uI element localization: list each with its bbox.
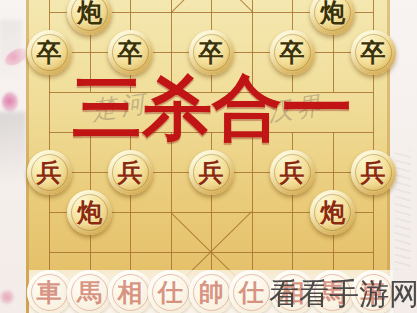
piece-red-兵[interactable]: 兵 [351,150,396,195]
piece-character: 相 [118,280,143,305]
piece-character: 卒 [199,40,224,65]
piece-red-車[interactable]: 車 [27,270,72,313]
piece-red-兵[interactable]: 兵 [27,150,72,195]
gray-watercolor-smudge [0,112,26,212]
piece-red-兵[interactable]: 兵 [270,150,315,195]
piece-black-卒[interactable]: 卒 [27,30,72,75]
caption-title: 三杀合一 [72,70,352,147]
piece-black-炮[interactable]: 炮 [310,0,355,35]
piece-red-相[interactable]: 相 [108,270,153,313]
screenshot-stage: 楚河 汉界 炮炮卒卒卒卒卒兵兵兵兵兵炮炮車馬相仕帥仕相馬車 三杀合一 看看手游网 [0,0,417,313]
piece-character: 卒 [37,40,62,65]
piece-character: 兵 [118,160,143,185]
piece-character: 兵 [361,160,386,185]
piece-character: 馬 [77,280,102,305]
piece-character: 仕 [239,280,264,305]
piece-black-卒[interactable]: 卒 [351,30,396,75]
piece-character: 兵 [199,160,224,185]
piece-black-卒[interactable]: 卒 [189,30,234,75]
piece-character: 卒 [118,40,143,65]
pink-blossom-decoration [2,92,18,112]
pink-petal-decoration [0,290,14,304]
piece-character: 炮 [77,0,102,25]
board-line [211,0,252,12]
paper-speckle-texture [395,150,411,270]
piece-character: 帥 [199,280,224,305]
piece-red-仕[interactable]: 仕 [229,270,274,313]
piece-red-炮[interactable]: 炮 [310,190,355,235]
piece-character: 兵 [280,160,305,185]
board-line [171,0,212,13]
piece-character: 卒 [361,40,386,65]
xiangqi-board[interactable]: 楚河 汉界 炮炮卒卒卒卒卒兵兵兵兵兵炮炮車馬相仕帥仕相馬車 [26,0,390,313]
piece-red-兵[interactable]: 兵 [189,150,234,195]
piece-character: 車 [37,280,62,305]
gray-watercolor-smudge [0,20,22,80]
piece-red-帥[interactable]: 帥 [189,270,234,313]
piece-character: 卒 [280,40,305,65]
piece-red-仕[interactable]: 仕 [148,270,193,313]
piece-character: 炮 [320,200,345,225]
piece-red-炮[interactable]: 炮 [67,190,112,235]
piece-black-卒[interactable]: 卒 [108,30,153,75]
piece-character: 炮 [320,0,345,25]
piece-red-馬[interactable]: 馬 [67,270,112,313]
piece-black-炮[interactable]: 炮 [67,0,112,35]
piece-character: 仕 [158,280,183,305]
piece-red-兵[interactable]: 兵 [108,150,153,195]
site-watermark: 看看手游网 [269,274,417,313]
piece-black-卒[interactable]: 卒 [270,30,315,75]
piece-character: 炮 [77,200,102,225]
piece-character: 兵 [37,160,62,185]
